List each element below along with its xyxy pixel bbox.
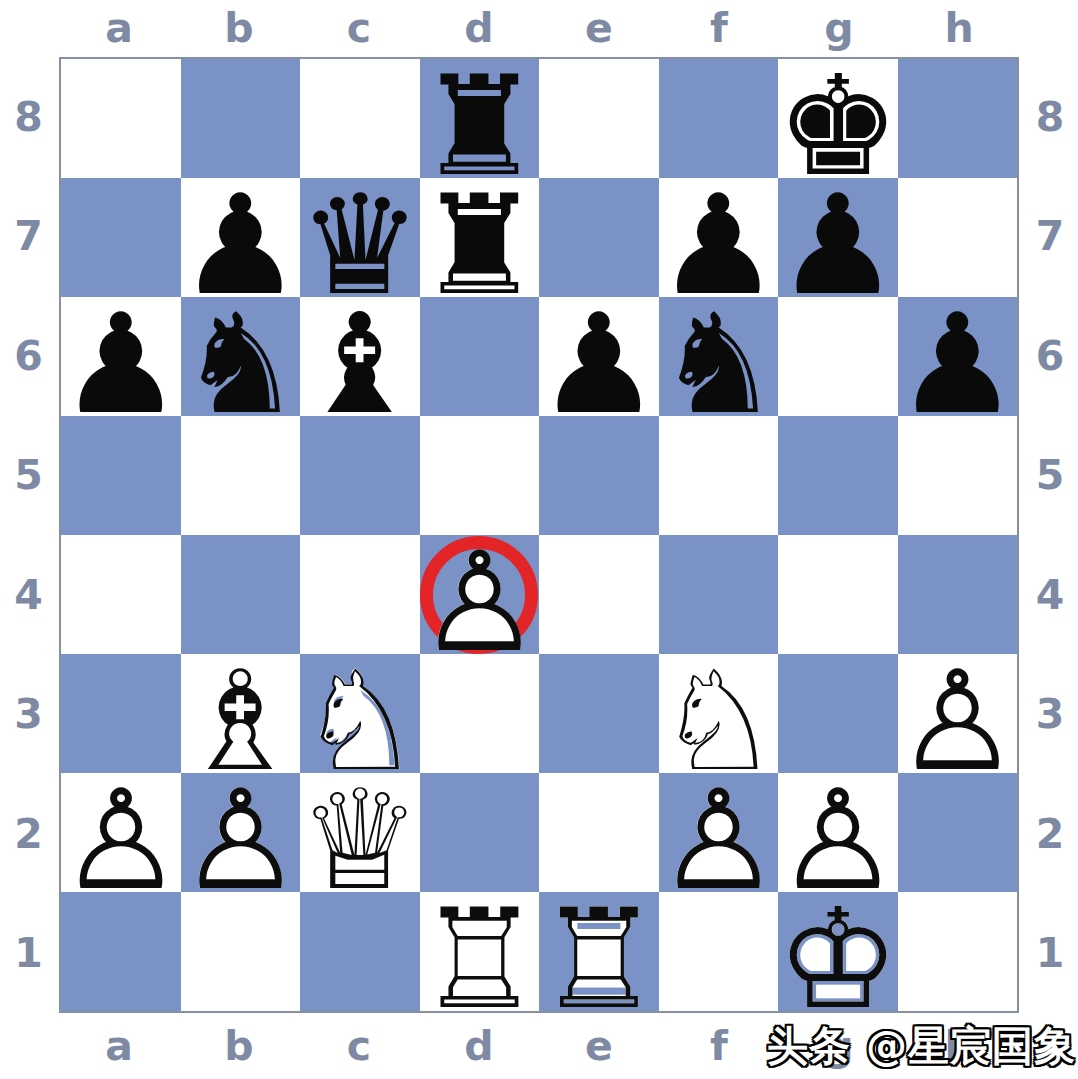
white-pawn-outline: ♙ (178, 772, 302, 910)
file-label-e: e (539, 0, 659, 55)
square-b6[interactable]: ♞ (181, 297, 301, 416)
piece-black-pawn[interactable]: ♟ (181, 178, 301, 297)
piece-black-pawn[interactable]: ♟ (539, 297, 659, 416)
white-pawn-outline: ♙ (417, 534, 541, 672)
square-e6[interactable]: ♟ (539, 297, 659, 416)
square-e2[interactable] (539, 773, 659, 892)
square-d2[interactable] (420, 773, 540, 892)
square-g2[interactable]: ♟♙ (778, 773, 898, 892)
piece-white-pawn[interactable]: ♟♙ (181, 773, 301, 892)
file-label-f: f (659, 0, 779, 55)
piece-black-queen[interactable]: ♛ (300, 178, 420, 297)
black-rook-fill: ♜ (417, 177, 541, 315)
piece-white-pawn[interactable]: ♟♙ (898, 654, 1018, 773)
square-f6[interactable]: ♞ (659, 297, 779, 416)
file-label-h: h (899, 0, 1019, 55)
square-h4[interactable] (898, 535, 1018, 654)
rank-label-2: 2 (0, 774, 57, 894)
piece-black-knight[interactable]: ♞ (181, 297, 301, 416)
square-e8[interactable] (539, 59, 659, 178)
chess-board[interactable]: ♜♚♟♛♜♟♟♟♞♝♟♞♟♟♙♝♗♞♘♞♘♟♙♟♙♟♙♛♕♟♙♟♙♜♖♜♖♚♔ (59, 57, 1019, 1013)
square-e1[interactable]: ♜♖ (539, 892, 659, 1011)
file-label-a: a (59, 0, 179, 55)
black-knight-fill: ♞ (656, 296, 780, 434)
square-g3[interactable] (778, 654, 898, 773)
watermark: 头条 @星宸国象 (767, 1016, 1076, 1076)
square-c4[interactable] (300, 535, 420, 654)
square-a2[interactable]: ♟♙ (61, 773, 181, 892)
square-f7[interactable]: ♟ (659, 178, 779, 297)
white-pawn-outline: ♙ (59, 772, 183, 910)
piece-white-king[interactable]: ♚♔ (778, 892, 898, 1011)
square-h7[interactable] (898, 178, 1018, 297)
square-d4[interactable]: ♟♙ (420, 535, 540, 654)
white-rook-outline: ♖ (417, 891, 541, 1029)
square-c7[interactable]: ♛ (300, 178, 420, 297)
square-e7[interactable] (539, 178, 659, 297)
rank-label-6: 6 (0, 296, 57, 416)
rank-label-2: 2 (1022, 774, 1078, 894)
square-d8[interactable]: ♜ (420, 59, 540, 178)
square-g7[interactable]: ♟ (778, 178, 898, 297)
piece-black-pawn[interactable]: ♟ (659, 178, 779, 297)
rank-label-4: 4 (0, 535, 57, 655)
piece-black-pawn[interactable]: ♟ (778, 178, 898, 297)
rank-label-6: 6 (1022, 296, 1078, 416)
square-h6[interactable]: ♟ (898, 297, 1018, 416)
square-a8[interactable] (61, 59, 181, 178)
square-f8[interactable] (659, 59, 779, 178)
square-f3[interactable]: ♞♘ (659, 654, 779, 773)
square-g4[interactable] (778, 535, 898, 654)
black-bishop-fill: ♝ (298, 296, 422, 434)
piece-white-knight[interactable]: ♞♘ (300, 654, 420, 773)
black-pawn-fill: ♟ (776, 177, 900, 315)
piece-white-pawn[interactable]: ♟♙ (778, 773, 898, 892)
square-c8[interactable] (300, 59, 420, 178)
rank-labels-right: 87654321 (1022, 57, 1078, 1013)
square-a6[interactable]: ♟ (61, 297, 181, 416)
rank-label-3: 3 (0, 655, 57, 775)
piece-white-queen[interactable]: ♛♕ (300, 773, 420, 892)
rank-label-8: 8 (1022, 57, 1078, 177)
white-pawn-outline: ♙ (895, 653, 1019, 791)
square-d1[interactable]: ♜♖ (420, 892, 540, 1011)
square-e4[interactable] (539, 535, 659, 654)
piece-white-knight[interactable]: ♞♘ (659, 654, 779, 773)
square-a4[interactable] (61, 535, 181, 654)
piece-black-rook[interactable]: ♜ (420, 178, 540, 297)
square-c6[interactable]: ♝ (300, 297, 420, 416)
white-rook-outline: ♖ (537, 891, 661, 1029)
piece-black-bishop[interactable]: ♝ (300, 297, 420, 416)
file-label-b: b (179, 0, 299, 55)
file-label-c: c (299, 0, 419, 55)
white-pawn-outline: ♙ (656, 772, 780, 910)
piece-black-pawn[interactable]: ♟ (898, 297, 1018, 416)
rank-labels-left: 87654321 (0, 57, 57, 1013)
file-label-a: a (59, 1015, 179, 1077)
rank-label-3: 3 (1022, 655, 1078, 775)
square-h1[interactable] (898, 892, 1018, 1011)
rank-label-8: 8 (0, 57, 57, 177)
square-g5[interactable] (778, 416, 898, 535)
square-b3[interactable]: ♝♗ (181, 654, 301, 773)
piece-white-pawn[interactable]: ♟♙ (659, 773, 779, 892)
square-b4[interactable] (181, 535, 301, 654)
square-a7[interactable] (61, 178, 181, 297)
black-pawn-fill: ♟ (537, 296, 661, 434)
piece-white-pawn[interactable]: ♟♙ (61, 773, 181, 892)
piece-black-knight[interactable]: ♞ (659, 297, 779, 416)
piece-white-bishop[interactable]: ♝♗ (181, 654, 301, 773)
piece-black-rook[interactable]: ♜ (420, 59, 540, 178)
rank-label-5: 5 (0, 416, 57, 536)
square-f2[interactable]: ♟♙ (659, 773, 779, 892)
piece-black-pawn[interactable]: ♟ (61, 297, 181, 416)
black-pawn-fill: ♟ (895, 296, 1019, 434)
square-h8[interactable] (898, 59, 1018, 178)
square-b2[interactable]: ♟♙ (181, 773, 301, 892)
chess-diagram-page: abcdefgh 87654321 87654321 ♜♚♟♛♜♟♟♟♞♝♟♞♟… (0, 0, 1078, 1079)
square-f4[interactable] (659, 535, 779, 654)
square-b7[interactable]: ♟ (181, 178, 301, 297)
piece-black-king[interactable]: ♚ (778, 59, 898, 178)
file-label-f: f (659, 1015, 779, 1077)
rank-label-7: 7 (1022, 177, 1078, 297)
square-d5[interactable] (420, 416, 540, 535)
rank-label-7: 7 (0, 177, 57, 297)
black-knight-fill: ♞ (178, 296, 302, 434)
square-g8[interactable]: ♚ (778, 59, 898, 178)
piece-white-pawn[interactable]: ♟♙ (420, 535, 540, 654)
square-d7[interactable]: ♜ (420, 178, 540, 297)
square-h3[interactable]: ♟♙ (898, 654, 1018, 773)
rank-label-1: 1 (0, 894, 57, 1014)
square-c3[interactable]: ♞♘ (300, 654, 420, 773)
white-king-outline: ♔ (776, 891, 900, 1029)
rank-label-5: 5 (1022, 416, 1078, 536)
square-e3[interactable] (539, 654, 659, 773)
white-queen-outline: ♕ (298, 772, 422, 910)
piece-white-rook[interactable]: ♜♖ (420, 892, 540, 1011)
file-label-c: c (299, 1015, 419, 1077)
black-pawn-fill: ♟ (59, 296, 183, 434)
square-c2[interactable]: ♛♕ (300, 773, 420, 892)
square-a3[interactable] (61, 654, 181, 773)
rank-label-1: 1 (1022, 894, 1078, 1014)
file-label-b: b (179, 1015, 299, 1077)
square-b8[interactable] (181, 59, 301, 178)
square-g1[interactable]: ♚♔ (778, 892, 898, 1011)
piece-white-rook[interactable]: ♜♖ (539, 892, 659, 1011)
rank-label-4: 4 (1022, 535, 1078, 655)
